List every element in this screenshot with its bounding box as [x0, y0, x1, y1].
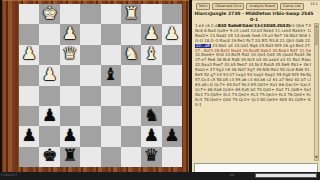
square-d7[interactable]	[80, 24, 100, 44]
square-g2[interactable]: ♟	[141, 126, 161, 146]
board-frame: ♚♜♟♟♟♟♛♞♝♟♝♟♞♟♟♟♟♚♜♛	[0, 0, 192, 172]
panel-tabs: NotnObserved GmsAnalysis BoardGame List	[196, 3, 304, 10]
square-f1[interactable]	[121, 147, 141, 167]
piece-black-pawn[interactable]: ♟	[144, 127, 159, 144]
square-a4[interactable]	[19, 86, 39, 106]
piece-white-king[interactable]: ♚	[42, 5, 57, 22]
square-d5[interactable]	[80, 65, 100, 85]
square-e5[interactable]: ♝	[101, 65, 121, 85]
selected-move[interactable]: 22...a5	[195, 44, 211, 48]
piece-black-king[interactable]: ♚	[42, 147, 57, 164]
square-g1[interactable]: ♛	[141, 147, 161, 167]
piece-white-pawn[interactable]: ♟	[164, 25, 179, 42]
piece-white-pawn[interactable]: ♟	[144, 25, 159, 42]
square-c8[interactable]	[60, 4, 80, 24]
square-h6[interactable]	[162, 45, 182, 65]
panel-tab-0[interactable]: Notn	[196, 3, 210, 10]
game-players: HiarcsJungle 2730 - Middleton Irbis-Swap…	[194, 11, 314, 23]
square-g8[interactable]	[141, 4, 161, 24]
square-b6[interactable]	[39, 45, 59, 65]
piece-black-pawn[interactable]: ♟	[164, 127, 179, 144]
square-c4[interactable]	[60, 86, 80, 106]
frame-highlight	[0, 0, 192, 1]
square-e4[interactable]	[101, 86, 121, 106]
square-b5[interactable]: ♟	[39, 65, 59, 85]
piece-black-rook[interactable]: ♜	[62, 147, 77, 164]
piece-white-bishop[interactable]: ♝	[144, 45, 159, 62]
piece-black-pawn[interactable]: ♟	[22, 127, 37, 144]
square-e2[interactable]	[101, 126, 121, 146]
square-f6[interactable]: ♞	[121, 45, 141, 65]
scroll-down-icon[interactable]: ▼	[315, 155, 318, 160]
square-a3[interactable]	[19, 106, 39, 126]
piece-white-rook[interactable]: ♜	[123, 5, 138, 22]
piece-white-pawn[interactable]: ♟	[62, 25, 77, 42]
square-d1[interactable]	[80, 147, 100, 167]
scrollbar-thumb[interactable]	[315, 29, 318, 45]
square-f5[interactable]	[121, 65, 141, 85]
piece-black-knight[interactable]: ♞	[144, 107, 159, 124]
piece-white-pawn[interactable]: ♟	[42, 66, 57, 83]
square-h2[interactable]: ♟	[162, 126, 182, 146]
panel-corner-text: 13:1	[310, 2, 318, 6]
chess-board: ♚♜♟♟♟♟♛♞♝♟♝♟♞♟♟♟♟♚♜♛	[19, 4, 182, 167]
square-h3[interactable]	[162, 106, 182, 126]
notation-panel: NotnObserved GmsAnalysis BoardGame List …	[192, 0, 320, 172]
piece-black-pawn[interactable]: ♟	[42, 107, 57, 124]
square-a2[interactable]: ♟	[19, 126, 39, 146]
square-a8[interactable]	[19, 4, 39, 24]
piece-black-bishop[interactable]: ♝	[103, 66, 118, 83]
kibitz-input[interactable]	[194, 163, 318, 172]
piece-black-pawn[interactable]: ♟	[62, 127, 77, 144]
square-h5[interactable]	[162, 65, 182, 85]
square-g6[interactable]: ♝	[141, 45, 161, 65]
panel-tab-2[interactable]: Analysis Board	[246, 3, 278, 10]
square-f2[interactable]	[121, 126, 141, 146]
square-g3[interactable]: ♞	[141, 106, 161, 126]
status-strip: E 394x117 kib	[0, 172, 320, 180]
status-mini-field[interactable]	[255, 173, 317, 178]
square-g7[interactable]: ♟	[141, 24, 161, 44]
watermark-text: E 394x117	[1, 173, 17, 177]
square-a5[interactable]	[19, 65, 39, 85]
square-c2[interactable]: ♟	[60, 126, 80, 146]
square-e6[interactable]	[101, 45, 121, 65]
panel-tab-1[interactable]: Observed Gms	[212, 3, 244, 10]
square-b1[interactable]: ♚	[39, 147, 59, 167]
square-c5[interactable]	[60, 65, 80, 85]
frame-left-edge	[0, 0, 2, 172]
square-e3[interactable]	[101, 106, 121, 126]
square-g5[interactable]	[141, 65, 161, 85]
square-a6[interactable]: ♟	[19, 45, 39, 65]
square-c3[interactable]	[60, 106, 80, 126]
status-mini-label: kib	[230, 173, 234, 177]
square-d8[interactable]	[80, 4, 100, 24]
square-a7[interactable]	[19, 24, 39, 44]
square-d3[interactable]	[80, 106, 100, 126]
square-c7[interactable]: ♟	[60, 24, 80, 44]
game-result[interactable]: 0-1	[195, 103, 311, 108]
square-d2[interactable]	[80, 126, 100, 146]
square-b8[interactable]: ♚	[39, 4, 59, 24]
square-d4[interactable]	[80, 86, 100, 106]
square-f4[interactable]	[121, 86, 141, 106]
notation-line-15[interactable]: Kc4 78.Qe4+ Qd4 79.Qc2+ Qc3 80.Qe4+ Kb5 …	[195, 98, 311, 103]
square-h8[interactable]	[162, 4, 182, 24]
square-f8[interactable]: ♜	[121, 4, 141, 24]
square-c6[interactable]: ♛	[60, 45, 80, 65]
piece-black-queen[interactable]: ♛	[144, 147, 159, 164]
square-b3[interactable]: ♟	[39, 106, 59, 126]
square-c1[interactable]: ♜	[60, 147, 80, 167]
square-e7[interactable]	[101, 24, 121, 44]
square-e1[interactable]	[101, 147, 121, 167]
square-g4[interactable]	[141, 86, 161, 106]
panel-tab-3[interactable]: Game List	[280, 3, 304, 10]
square-e8[interactable]	[101, 4, 121, 24]
square-h7[interactable]: ♟	[162, 24, 182, 44]
move-list[interactable]: 1.e4 c6 2.d4 d5 3.e5 Bf5 4.Nf3 e6 5.Be2 …	[195, 24, 311, 107]
piece-white-pawn[interactable]: ♟	[22, 45, 37, 62]
square-h4[interactable]	[162, 86, 182, 106]
square-b2[interactable]	[39, 126, 59, 146]
square-a1[interactable]	[19, 147, 39, 167]
notation-scrollbar[interactable]: ▲ ▼	[314, 23, 319, 161]
piece-white-knight[interactable]: ♞	[123, 45, 138, 62]
square-b4[interactable]	[39, 86, 59, 106]
piece-white-queen[interactable]: ♛	[62, 45, 77, 62]
square-d6[interactable]	[80, 45, 100, 65]
app-window: ♚♜♟♟♟♟♛♞♝♟♝♟♞♟♟♟♟♚♜♛ NotnObserved GmsAna…	[0, 0, 320, 180]
square-h1[interactable]	[162, 147, 182, 167]
square-f7[interactable]	[121, 24, 141, 44]
square-b7[interactable]	[39, 24, 59, 44]
square-f3[interactable]	[121, 106, 141, 126]
